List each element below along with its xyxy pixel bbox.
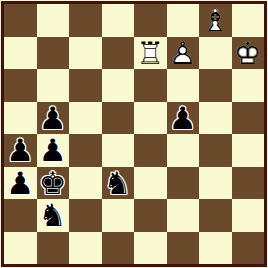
square-g7[interactable] xyxy=(199,37,232,70)
knight-glyph: ♞ xyxy=(102,167,135,200)
square-c6[interactable] xyxy=(69,69,102,102)
square-e5[interactable] xyxy=(134,102,167,135)
piece-white-king[interactable]: ♚♔ xyxy=(232,37,265,70)
piece-white-rook[interactable]: ♜♖ xyxy=(134,37,167,70)
square-b1[interactable] xyxy=(37,232,70,265)
square-g4[interactable] xyxy=(199,134,232,167)
pawn-glyph: ♟ xyxy=(4,167,37,200)
square-a5[interactable] xyxy=(4,102,37,135)
pawn-glyph: ♟ xyxy=(167,102,200,135)
square-f5[interactable]: ♟ xyxy=(167,102,200,135)
piece-black-pawn[interactable]: ♟ xyxy=(4,167,37,200)
king-glyph: ♚ xyxy=(37,167,70,200)
pawn-glyph: ♟ xyxy=(37,134,70,167)
square-e6[interactable] xyxy=(134,69,167,102)
square-h5[interactable] xyxy=(232,102,265,135)
square-d3[interactable]: ♞ xyxy=(102,167,135,200)
square-f6[interactable] xyxy=(167,69,200,102)
piece-white-bishop[interactable]: ♝♗ xyxy=(199,4,232,37)
king-outline-layer: ♔ xyxy=(232,37,265,70)
square-d5[interactable] xyxy=(102,102,135,135)
square-d1[interactable] xyxy=(102,232,135,265)
piece-black-pawn[interactable]: ♟ xyxy=(37,134,70,167)
square-a4[interactable]: ♟ xyxy=(4,134,37,167)
square-h8[interactable] xyxy=(232,4,265,37)
square-e3[interactable] xyxy=(134,167,167,200)
chess-diagram: ♝♗♜♖♟♙♚♔♟♟♟♟♟♚♞♞ xyxy=(0,0,268,268)
square-c3[interactable] xyxy=(69,167,102,200)
square-e7[interactable]: ♜♖ xyxy=(134,37,167,70)
rook-outline-layer: ♖ xyxy=(134,37,167,70)
square-e8[interactable] xyxy=(134,4,167,37)
square-c4[interactable] xyxy=(69,134,102,167)
square-b6[interactable] xyxy=(37,69,70,102)
square-a7[interactable] xyxy=(4,37,37,70)
square-b5[interactable]: ♟ xyxy=(37,102,70,135)
square-c7[interactable] xyxy=(69,37,102,70)
square-g8[interactable]: ♝♗ xyxy=(199,4,232,37)
square-c1[interactable] xyxy=(69,232,102,265)
square-d7[interactable] xyxy=(102,37,135,70)
square-f7[interactable]: ♟♙ xyxy=(167,37,200,70)
pawn-outline-layer: ♙ xyxy=(167,37,200,70)
square-f4[interactable] xyxy=(167,134,200,167)
square-e1[interactable] xyxy=(134,232,167,265)
square-f1[interactable] xyxy=(167,232,200,265)
piece-black-pawn[interactable]: ♟ xyxy=(167,102,200,135)
square-h4[interactable] xyxy=(232,134,265,167)
square-f2[interactable] xyxy=(167,199,200,232)
square-h6[interactable] xyxy=(232,69,265,102)
square-g6[interactable] xyxy=(199,69,232,102)
piece-black-king[interactable]: ♚ xyxy=(37,167,70,200)
piece-black-pawn[interactable]: ♟ xyxy=(4,134,37,167)
square-c2[interactable] xyxy=(69,199,102,232)
pawn-glyph: ♟ xyxy=(37,102,70,135)
square-d4[interactable] xyxy=(102,134,135,167)
square-d8[interactable] xyxy=(102,4,135,37)
board-frame: ♝♗♜♖♟♙♚♔♟♟♟♟♟♚♞♞ xyxy=(1,1,267,267)
square-d2[interactable] xyxy=(102,199,135,232)
piece-black-pawn[interactable]: ♟ xyxy=(37,102,70,135)
square-f8[interactable] xyxy=(167,4,200,37)
square-h7[interactable]: ♚♔ xyxy=(232,37,265,70)
square-h3[interactable] xyxy=(232,167,265,200)
bishop-outline-layer: ♗ xyxy=(199,4,232,37)
square-h2[interactable] xyxy=(232,199,265,232)
piece-white-pawn[interactable]: ♟♙ xyxy=(167,37,200,70)
square-c8[interactable] xyxy=(69,4,102,37)
square-a3[interactable]: ♟ xyxy=(4,167,37,200)
square-b7[interactable] xyxy=(37,37,70,70)
square-g2[interactable] xyxy=(199,199,232,232)
square-f3[interactable] xyxy=(167,167,200,200)
pawn-glyph: ♟ xyxy=(4,134,37,167)
square-g3[interactable] xyxy=(199,167,232,200)
square-a1[interactable] xyxy=(4,232,37,265)
square-b2[interactable]: ♞ xyxy=(37,199,70,232)
piece-black-knight[interactable]: ♞ xyxy=(37,199,70,232)
square-c5[interactable] xyxy=(69,102,102,135)
chess-board: ♝♗♜♖♟♙♚♔♟♟♟♟♟♚♞♞ xyxy=(4,4,264,264)
square-e2[interactable] xyxy=(134,199,167,232)
knight-glyph: ♞ xyxy=(37,199,70,232)
square-g5[interactable] xyxy=(199,102,232,135)
square-d6[interactable] xyxy=(102,69,135,102)
square-b4[interactable]: ♟ xyxy=(37,134,70,167)
square-a8[interactable] xyxy=(4,4,37,37)
square-g1[interactable] xyxy=(199,232,232,265)
square-h1[interactable] xyxy=(232,232,265,265)
square-b8[interactable] xyxy=(37,4,70,37)
piece-black-knight[interactable]: ♞ xyxy=(102,167,135,200)
square-b3[interactable]: ♚ xyxy=(37,167,70,200)
square-a6[interactable] xyxy=(4,69,37,102)
square-a2[interactable] xyxy=(4,199,37,232)
square-e4[interactable] xyxy=(134,134,167,167)
